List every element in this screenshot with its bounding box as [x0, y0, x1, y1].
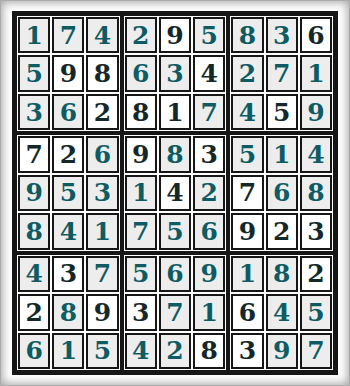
- sudoku-box-3: 836271459: [228, 14, 335, 133]
- sudoku-cell-r8c5[interactable]: 7: [159, 294, 191, 330]
- sudoku-cell-r1c7[interactable]: 8: [231, 17, 263, 53]
- sudoku-cell-r6c9[interactable]: 3: [300, 213, 332, 249]
- sudoku-cell-r4c9[interactable]: 4: [300, 136, 332, 172]
- sudoku-cell-r7c3[interactable]: 7: [86, 256, 118, 292]
- sudoku-cell-r6c1[interactable]: 8: [18, 213, 50, 249]
- sudoku-box-4: 726953841: [15, 133, 122, 252]
- sudoku-cell-r8c7[interactable]: 6: [231, 294, 263, 330]
- sudoku-cell-r3c5[interactable]: 1: [159, 94, 191, 130]
- sudoku-cell-r9c8[interactable]: 9: [266, 333, 298, 369]
- sudoku-cell-r8c2[interactable]: 8: [52, 294, 84, 330]
- sudoku-cell-r1c8[interactable]: 3: [266, 17, 298, 53]
- sudoku-cell-r8c4[interactable]: 3: [125, 294, 157, 330]
- sudoku-cell-r1c6[interactable]: 5: [193, 17, 225, 53]
- sudoku-cell-r4c1[interactable]: 7: [18, 136, 50, 172]
- sudoku-cell-r6c2[interactable]: 4: [52, 213, 84, 249]
- sudoku-cell-r4c4[interactable]: 9: [125, 136, 157, 172]
- sudoku-cell-r5c4[interactable]: 1: [125, 175, 157, 211]
- sudoku-cell-r4c3[interactable]: 6: [86, 136, 118, 172]
- sudoku-cell-r2c9[interactable]: 1: [300, 55, 332, 91]
- sudoku-cell-r8c9[interactable]: 5: [300, 294, 332, 330]
- sudoku-cell-r1c4[interactable]: 2: [125, 17, 157, 53]
- sudoku-cell-r8c3[interactable]: 9: [86, 294, 118, 330]
- sudoku-cell-r6c7[interactable]: 9: [231, 213, 263, 249]
- sudoku-cell-r9c1[interactable]: 6: [18, 333, 50, 369]
- sudoku-cell-r1c2[interactable]: 7: [52, 17, 84, 53]
- sudoku-cell-r5c9[interactable]: 8: [300, 175, 332, 211]
- sudoku-cell-r3c2[interactable]: 6: [52, 94, 84, 130]
- sudoku-cell-r2c8[interactable]: 7: [266, 55, 298, 91]
- sudoku-cell-r8c1[interactable]: 2: [18, 294, 50, 330]
- sudoku-box-9: 182645397: [228, 253, 335, 372]
- sudoku-board: 1745983622956348178362714597269538419831…: [12, 11, 338, 375]
- sudoku-cell-r5c6[interactable]: 2: [193, 175, 225, 211]
- sudoku-cell-r3c6[interactable]: 7: [193, 94, 225, 130]
- sudoku-cell-r2c6[interactable]: 4: [193, 55, 225, 91]
- sudoku-box-7: 437289615: [15, 253, 122, 372]
- page-frame: 1745983622956348178362714597269538419831…: [0, 0, 350, 386]
- sudoku-cell-r8c8[interactable]: 4: [266, 294, 298, 330]
- sudoku-cell-r3c4[interactable]: 8: [125, 94, 157, 130]
- sudoku-cell-r6c3[interactable]: 1: [86, 213, 118, 249]
- sudoku-cell-r4c7[interactable]: 5: [231, 136, 263, 172]
- sudoku-cell-r6c8[interactable]: 2: [266, 213, 298, 249]
- sudoku-box-5: 983142756: [122, 133, 229, 252]
- sudoku-cell-r9c3[interactable]: 5: [86, 333, 118, 369]
- sudoku-cell-r5c7[interactable]: 7: [231, 175, 263, 211]
- sudoku-cell-r1c1[interactable]: 1: [18, 17, 50, 53]
- sudoku-cell-r9c5[interactable]: 2: [159, 333, 191, 369]
- sudoku-cell-r2c4[interactable]: 6: [125, 55, 157, 91]
- sudoku-cell-r5c8[interactable]: 6: [266, 175, 298, 211]
- sudoku-cell-r2c5[interactable]: 3: [159, 55, 191, 91]
- sudoku-cell-r1c5[interactable]: 9: [159, 17, 191, 53]
- sudoku-cell-r9c6[interactable]: 8: [193, 333, 225, 369]
- sudoku-cell-r9c4[interactable]: 4: [125, 333, 157, 369]
- sudoku-cell-r5c1[interactable]: 9: [18, 175, 50, 211]
- sudoku-cell-r9c2[interactable]: 1: [52, 333, 84, 369]
- sudoku-cell-r3c9[interactable]: 9: [300, 94, 332, 130]
- sudoku-cell-r5c5[interactable]: 4: [159, 175, 191, 211]
- sudoku-cell-r3c3[interactable]: 2: [86, 94, 118, 130]
- sudoku-box-8: 569371428: [122, 253, 229, 372]
- sudoku-cell-r3c8[interactable]: 5: [266, 94, 298, 130]
- sudoku-cell-r4c6[interactable]: 3: [193, 136, 225, 172]
- sudoku-cell-r4c8[interactable]: 1: [266, 136, 298, 172]
- sudoku-cell-r7c2[interactable]: 3: [52, 256, 84, 292]
- sudoku-cell-r2c2[interactable]: 9: [52, 55, 84, 91]
- sudoku-cell-r7c1[interactable]: 4: [18, 256, 50, 292]
- sudoku-cell-r1c3[interactable]: 4: [86, 17, 118, 53]
- sudoku-cell-r7c4[interactable]: 5: [125, 256, 157, 292]
- sudoku-cell-r7c6[interactable]: 9: [193, 256, 225, 292]
- sudoku-cell-r6c4[interactable]: 7: [125, 213, 157, 249]
- sudoku-box-2: 295634817: [122, 14, 229, 133]
- sudoku-cell-r1c9[interactable]: 6: [300, 17, 332, 53]
- sudoku-cell-r6c6[interactable]: 6: [193, 213, 225, 249]
- sudoku-cell-r6c5[interactable]: 5: [159, 213, 191, 249]
- sudoku-cell-r5c2[interactable]: 5: [52, 175, 84, 211]
- sudoku-cell-r7c9[interactable]: 2: [300, 256, 332, 292]
- sudoku-cell-r2c3[interactable]: 8: [86, 55, 118, 91]
- sudoku-cell-r2c1[interactable]: 5: [18, 55, 50, 91]
- sudoku-cell-r2c7[interactable]: 2: [231, 55, 263, 91]
- sudoku-cell-r9c9[interactable]: 7: [300, 333, 332, 369]
- sudoku-cell-r7c8[interactable]: 8: [266, 256, 298, 292]
- sudoku-cell-r7c7[interactable]: 1: [231, 256, 263, 292]
- sudoku-cell-r8c6[interactable]: 1: [193, 294, 225, 330]
- sudoku-cell-r5c3[interactable]: 3: [86, 175, 118, 211]
- sudoku-cell-r4c5[interactable]: 8: [159, 136, 191, 172]
- sudoku-cell-r3c7[interactable]: 4: [231, 94, 263, 130]
- sudoku-box-1: 174598362: [15, 14, 122, 133]
- sudoku-cell-r4c2[interactable]: 2: [52, 136, 84, 172]
- sudoku-cell-r9c7[interactable]: 3: [231, 333, 263, 369]
- sudoku-cell-r7c5[interactable]: 6: [159, 256, 191, 292]
- sudoku-box-6: 514768923: [228, 133, 335, 252]
- sudoku-cell-r3c1[interactable]: 3: [18, 94, 50, 130]
